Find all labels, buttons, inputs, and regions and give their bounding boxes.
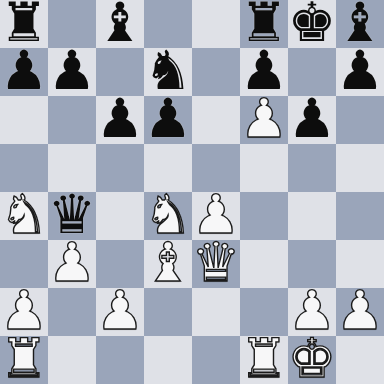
piece-white-bishop[interactable]: ♝ [144,239,192,287]
square-f3[interactable] [240,240,288,288]
square-f6[interactable]: ♟ [240,96,288,144]
piece-black-pawn[interactable]: ♟ [144,95,192,143]
piece-white-pawn[interactable]: ♟ [240,95,288,143]
piece-black-pawn[interactable]: ♟ [48,47,96,95]
piece-white-pawn[interactable]: ♟ [96,287,144,335]
piece-black-pawn[interactable]: ♟ [96,95,144,143]
square-c8[interactable]: ♝ [96,0,144,48]
square-c5[interactable] [96,144,144,192]
piece-white-pawn[interactable]: ♟ [48,239,96,287]
square-g8[interactable]: ♚ [288,0,336,48]
square-h1[interactable] [336,336,384,384]
square-b1[interactable] [48,336,96,384]
square-e8[interactable] [192,0,240,48]
square-c2[interactable]: ♟ [96,288,144,336]
square-d1[interactable] [144,336,192,384]
piece-white-rook[interactable]: ♜ [0,335,48,383]
square-h7[interactable]: ♟ [336,48,384,96]
square-h4[interactable] [336,192,384,240]
square-e2[interactable] [192,288,240,336]
square-c6[interactable]: ♟ [96,96,144,144]
square-a4[interactable]: ♞ [0,192,48,240]
square-e7[interactable] [192,48,240,96]
square-g5[interactable] [288,144,336,192]
piece-black-king[interactable]: ♚ [288,0,336,47]
piece-white-rook[interactable]: ♜ [240,335,288,383]
square-a1[interactable]: ♜ [0,336,48,384]
square-b3[interactable]: ♟ [48,240,96,288]
piece-black-pawn[interactable]: ♟ [336,47,384,95]
square-e1[interactable] [192,336,240,384]
square-g4[interactable] [288,192,336,240]
square-f1[interactable]: ♜ [240,336,288,384]
square-f5[interactable] [240,144,288,192]
square-g6[interactable]: ♟ [288,96,336,144]
square-h5[interactable] [336,144,384,192]
piece-white-pawn[interactable]: ♟ [336,287,384,335]
square-a7[interactable]: ♟ [0,48,48,96]
piece-black-pawn[interactable]: ♟ [0,47,48,95]
piece-white-queen[interactable]: ♛ [192,239,240,287]
square-d6[interactable]: ♟ [144,96,192,144]
square-b6[interactable] [48,96,96,144]
square-b7[interactable]: ♟ [48,48,96,96]
square-c4[interactable] [96,192,144,240]
square-h6[interactable] [336,96,384,144]
square-d2[interactable] [144,288,192,336]
square-f4[interactable] [240,192,288,240]
square-b2[interactable] [48,288,96,336]
chess-board: ♜♝♜♚♝♟♟♞♟♟♟♟♟♟♞♛♞♟♟♝♛♟♟♟♟♜♜♚ [0,0,384,384]
piece-white-knight[interactable]: ♞ [0,191,48,239]
square-g1[interactable]: ♚ [288,336,336,384]
piece-black-bishop[interactable]: ♝ [96,0,144,47]
square-c1[interactable] [96,336,144,384]
square-d3[interactable]: ♝ [144,240,192,288]
square-a6[interactable] [0,96,48,144]
piece-black-pawn[interactable]: ♟ [288,95,336,143]
square-h2[interactable]: ♟ [336,288,384,336]
piece-white-king[interactable]: ♚ [288,335,336,383]
square-e6[interactable] [192,96,240,144]
square-e3[interactable]: ♛ [192,240,240,288]
